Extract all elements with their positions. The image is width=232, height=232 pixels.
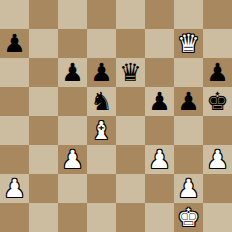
square-b4[interactable] <box>29 116 58 145</box>
square-f5[interactable]: ♟ <box>145 87 174 116</box>
square-e5[interactable] <box>116 87 145 116</box>
piece-white-pawn[interactable]: ♟ <box>203 145 232 174</box>
square-e6[interactable]: ♛ <box>116 58 145 87</box>
square-b5[interactable] <box>29 87 58 116</box>
square-d1[interactable] <box>87 203 116 232</box>
square-b7[interactable] <box>29 29 58 58</box>
square-f6[interactable] <box>145 58 174 87</box>
square-c1[interactable] <box>58 203 87 232</box>
square-c5[interactable] <box>58 87 87 116</box>
piece-white-pawn[interactable]: ♟ <box>174 174 203 203</box>
square-g3[interactable] <box>174 145 203 174</box>
piece-black-pawn[interactable]: ♟ <box>87 58 116 87</box>
square-d7[interactable] <box>87 29 116 58</box>
piece-black-knight[interactable]: ♞ <box>87 87 116 116</box>
square-c4[interactable] <box>58 116 87 145</box>
square-d6[interactable]: ♟ <box>87 58 116 87</box>
square-h3[interactable]: ♟ <box>203 145 232 174</box>
piece-white-queen[interactable]: ♛ <box>174 29 203 58</box>
square-d4[interactable]: ♝ <box>87 116 116 145</box>
square-g4[interactable] <box>174 116 203 145</box>
square-f4[interactable] <box>145 116 174 145</box>
square-f7[interactable] <box>145 29 174 58</box>
piece-black-pawn[interactable]: ♟ <box>145 87 174 116</box>
square-h7[interactable] <box>203 29 232 58</box>
square-g7[interactable]: ♛ <box>174 29 203 58</box>
square-e1[interactable] <box>116 203 145 232</box>
square-f1[interactable] <box>145 203 174 232</box>
square-a3[interactable] <box>0 145 29 174</box>
square-a1[interactable] <box>0 203 29 232</box>
square-b8[interactable] <box>29 0 58 29</box>
square-g5[interactable]: ♟ <box>174 87 203 116</box>
square-g6[interactable] <box>174 58 203 87</box>
square-h1[interactable] <box>203 203 232 232</box>
square-h2[interactable] <box>203 174 232 203</box>
piece-black-pawn[interactable]: ♟ <box>174 87 203 116</box>
square-h4[interactable] <box>203 116 232 145</box>
square-a5[interactable] <box>0 87 29 116</box>
square-f2[interactable] <box>145 174 174 203</box>
square-c2[interactable] <box>58 174 87 203</box>
square-c3[interactable]: ♟ <box>58 145 87 174</box>
square-g8[interactable] <box>174 0 203 29</box>
piece-white-pawn[interactable]: ♟ <box>145 145 174 174</box>
square-d8[interactable] <box>87 0 116 29</box>
square-a2[interactable]: ♟ <box>0 174 29 203</box>
square-e8[interactable] <box>116 0 145 29</box>
square-d5[interactable]: ♞ <box>87 87 116 116</box>
square-b1[interactable] <box>29 203 58 232</box>
square-e2[interactable] <box>116 174 145 203</box>
square-g2[interactable]: ♟ <box>174 174 203 203</box>
square-h8[interactable] <box>203 0 232 29</box>
piece-black-pawn[interactable]: ♟ <box>203 58 232 87</box>
piece-black-queen[interactable]: ♛ <box>116 58 145 87</box>
square-a8[interactable] <box>0 0 29 29</box>
square-e4[interactable] <box>116 116 145 145</box>
square-b6[interactable] <box>29 58 58 87</box>
piece-white-pawn[interactable]: ♟ <box>58 145 87 174</box>
piece-white-bishop[interactable]: ♝ <box>87 116 116 145</box>
piece-black-pawn[interactable]: ♟ <box>0 29 29 58</box>
square-d2[interactable] <box>87 174 116 203</box>
square-d3[interactable] <box>87 145 116 174</box>
square-a6[interactable] <box>0 58 29 87</box>
piece-white-king[interactable]: ♚ <box>174 203 203 232</box>
square-a4[interactable] <box>0 116 29 145</box>
piece-white-pawn[interactable]: ♟ <box>0 174 29 203</box>
square-c7[interactable] <box>58 29 87 58</box>
square-b2[interactable] <box>29 174 58 203</box>
square-b3[interactable] <box>29 145 58 174</box>
square-e3[interactable] <box>116 145 145 174</box>
square-c8[interactable] <box>58 0 87 29</box>
piece-black-king[interactable]: ♚ <box>203 87 232 116</box>
square-h6[interactable]: ♟ <box>203 58 232 87</box>
square-c6[interactable]: ♟ <box>58 58 87 87</box>
square-f8[interactable] <box>145 0 174 29</box>
square-h5[interactable]: ♚ <box>203 87 232 116</box>
square-a7[interactable]: ♟ <box>0 29 29 58</box>
square-g1[interactable]: ♚ <box>174 203 203 232</box>
chess-board: ♟♛♟♟♛♟♞♟♟♚♝♟♟♟♟♟♚ <box>0 0 232 232</box>
square-f3[interactable]: ♟ <box>145 145 174 174</box>
piece-black-pawn[interactable]: ♟ <box>58 58 87 87</box>
square-e7[interactable] <box>116 29 145 58</box>
